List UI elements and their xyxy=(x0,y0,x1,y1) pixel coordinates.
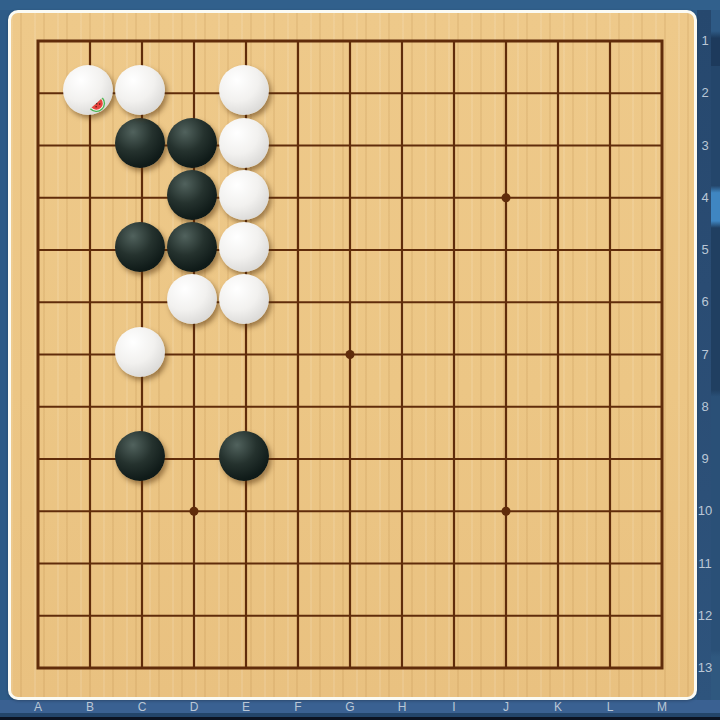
black-stone-E9 xyxy=(219,431,269,481)
black-stone-C5 xyxy=(115,222,165,272)
white-stone-C7 xyxy=(115,327,165,377)
black-stone-D4 xyxy=(167,170,217,220)
white-stone-C2 xyxy=(115,65,165,115)
top-bar xyxy=(0,0,720,10)
white-stone-D6 xyxy=(167,274,217,324)
black-stone-D5 xyxy=(167,222,217,272)
white-stone-B2 xyxy=(63,65,113,115)
white-stone-E3 xyxy=(219,118,269,168)
white-stone-E5 xyxy=(219,222,269,272)
black-stone-C3 xyxy=(115,118,165,168)
white-stone-E2 xyxy=(219,65,269,115)
black-stone-C9 xyxy=(115,431,165,481)
left-margin xyxy=(0,10,8,700)
black-stone-D3 xyxy=(167,118,217,168)
right-edge-artifacts xyxy=(711,10,720,713)
watermelon-last-move-icon xyxy=(86,93,108,115)
coordinate-bar xyxy=(0,700,720,713)
white-stone-E6 xyxy=(219,274,269,324)
go-board[interactable] xyxy=(8,10,697,700)
white-stone-E4 xyxy=(219,170,269,220)
app-screen: 12345678910111213 ABCDEFGHIJKLM xyxy=(0,0,720,720)
